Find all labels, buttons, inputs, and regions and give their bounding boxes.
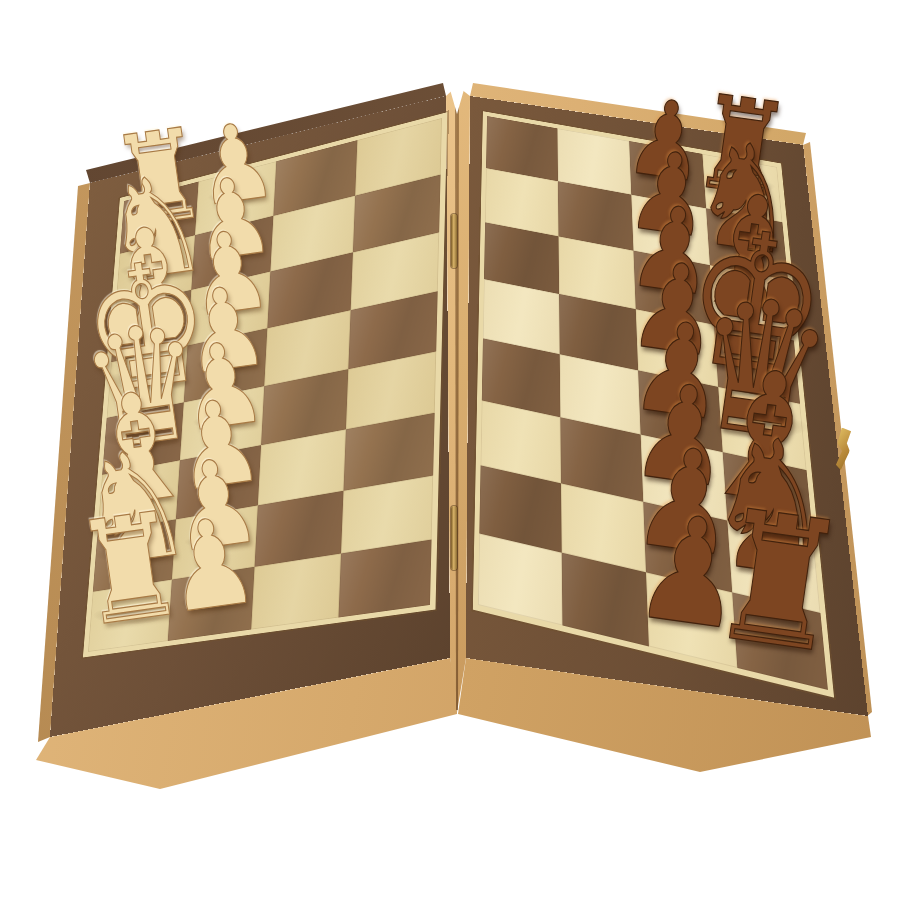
square-left-r7c1-dark xyxy=(168,567,255,641)
square-left-r7c0-light xyxy=(88,580,172,652)
board-squares-left-half xyxy=(88,118,442,652)
hinge-pin-lower-icon xyxy=(451,506,457,570)
hinge-pin-upper-icon xyxy=(451,214,457,268)
square-left-r7c2-light xyxy=(251,553,341,629)
square-left-r7c3-dark xyxy=(338,540,431,618)
board-squares-right-half xyxy=(478,116,828,690)
folding-chess-set-photo: ♜♞♝♚♛♝♞♜♟♟♟♟♟♟♟♟♟♟♟♟♟♟♟♟♜♞♝♚♛♝♞♜ xyxy=(0,0,900,900)
